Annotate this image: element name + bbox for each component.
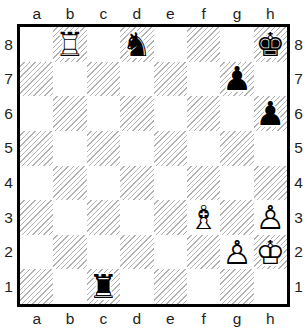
square-c8[interactable] [87, 27, 120, 62]
rank-label-1: 1 [290, 269, 307, 304]
square-d6[interactable] [120, 96, 153, 131]
black-piece-body: ♟ [254, 96, 287, 131]
square-e6[interactable] [154, 96, 187, 131]
rank-label-7: 7 [0, 62, 17, 97]
file-label-a: a [20, 6, 53, 22]
square-e2[interactable] [154, 235, 187, 270]
square-b5[interactable] [53, 131, 86, 166]
square-h1[interactable] [254, 269, 287, 304]
square-d1[interactable] [120, 269, 153, 304]
square-c3[interactable] [87, 200, 120, 235]
white-piece-outline: ♗ [187, 200, 220, 235]
white-piece-fill: ♜ [53, 27, 86, 62]
file-label-b: b [53, 311, 86, 327]
file-label-e: e [154, 311, 187, 327]
square-h8[interactable]: ♚ [254, 27, 287, 62]
square-h3[interactable]: ♟♙ [254, 200, 287, 235]
square-a4[interactable] [20, 166, 53, 201]
square-g6[interactable] [220, 96, 253, 131]
rank-label-3: 3 [290, 200, 307, 235]
square-d2[interactable] [120, 235, 153, 270]
white-piece-fill: ♟ [254, 200, 287, 235]
chess-diagram: abcdefgh 87654321 ♜♖♞♚♟♟♝♗♟♙♟♙♚♔♜ 876543… [0, 0, 307, 330]
piece-white-pawn-icon: ♟♙ [254, 200, 287, 235]
white-piece-fill: ♟ [220, 235, 253, 270]
white-piece-outline: ♔ [254, 235, 287, 270]
square-b8[interactable]: ♜♖ [53, 27, 86, 62]
file-label-h: h [254, 6, 287, 22]
square-a6[interactable] [20, 96, 53, 131]
square-c2[interactable] [87, 235, 120, 270]
rank-label-6: 6 [290, 96, 307, 131]
square-g5[interactable] [220, 131, 253, 166]
file-label-b: b [53, 6, 86, 22]
square-b1[interactable] [53, 269, 86, 304]
corner-spacer [0, 0, 17, 24]
file-labels-bottom: abcdefgh [17, 307, 290, 330]
rank-label-1: 1 [0, 269, 17, 304]
piece-black-knight-icon: ♞ [120, 27, 153, 62]
square-d8[interactable]: ♞ [120, 27, 153, 62]
corner-spacer [290, 0, 307, 24]
rank-label-3: 3 [0, 200, 17, 235]
white-piece-outline: ♙ [220, 235, 253, 270]
rank-label-4: 4 [290, 166, 307, 201]
square-e5[interactable] [154, 131, 187, 166]
square-d4[interactable] [120, 166, 153, 201]
black-piece-body: ♚ [254, 27, 287, 62]
square-h6[interactable]: ♟ [254, 96, 287, 131]
square-c5[interactable] [87, 131, 120, 166]
rank-label-5: 5 [0, 131, 17, 166]
square-c6[interactable] [87, 96, 120, 131]
rank-label-2: 2 [290, 235, 307, 270]
chess-board: ♜♖♞♚♟♟♝♗♟♙♟♙♚♔♜ [17, 24, 290, 307]
piece-white-rook-icon: ♜♖ [53, 27, 86, 62]
rank-label-6: 6 [0, 96, 17, 131]
square-e1[interactable] [154, 269, 187, 304]
file-label-c: c [87, 6, 120, 22]
square-b6[interactable] [53, 96, 86, 131]
square-e8[interactable] [154, 27, 187, 62]
square-c1[interactable]: ♜ [87, 269, 120, 304]
white-piece-fill: ♚ [254, 235, 287, 270]
square-d5[interactable] [120, 131, 153, 166]
square-f7[interactable] [187, 62, 220, 97]
piece-white-bishop-icon: ♝♗ [187, 200, 220, 235]
black-piece-body: ♜ [87, 269, 120, 304]
rank-label-5: 5 [290, 131, 307, 166]
square-a1[interactable] [20, 269, 53, 304]
square-g4[interactable] [220, 166, 253, 201]
file-label-f: f [187, 311, 220, 327]
file-label-c: c [87, 311, 120, 327]
file-label-a: a [20, 311, 53, 327]
square-c7[interactable] [87, 62, 120, 97]
square-f2[interactable] [187, 235, 220, 270]
square-f1[interactable] [187, 269, 220, 304]
corner-spacer [0, 307, 17, 330]
square-e4[interactable] [154, 166, 187, 201]
square-b7[interactable] [53, 62, 86, 97]
corner-spacer [290, 307, 307, 330]
rank-label-7: 7 [290, 62, 307, 97]
white-piece-outline: ♖ [53, 27, 86, 62]
square-f5[interactable] [187, 131, 220, 166]
white-piece-outline: ♙ [254, 200, 287, 235]
piece-black-rook-icon: ♜ [87, 269, 120, 304]
rank-labels-right: 87654321 [290, 24, 307, 307]
rank-label-8: 8 [0, 27, 17, 62]
piece-black-king-icon: ♚ [254, 27, 287, 62]
square-d7[interactable] [120, 62, 153, 97]
square-g8[interactable] [220, 27, 253, 62]
square-f3[interactable]: ♝♗ [187, 200, 220, 235]
square-a5[interactable] [20, 131, 53, 166]
file-label-e: e [154, 6, 187, 22]
rank-label-8: 8 [290, 27, 307, 62]
square-f4[interactable] [187, 166, 220, 201]
white-piece-fill: ♝ [187, 200, 220, 235]
black-piece-body: ♟ [220, 62, 253, 97]
square-a7[interactable] [20, 62, 53, 97]
file-label-d: d [120, 6, 153, 22]
square-d3[interactable] [120, 200, 153, 235]
square-h7[interactable] [254, 62, 287, 97]
piece-black-pawn-icon: ♟ [220, 62, 253, 97]
black-piece-body: ♞ [120, 27, 153, 62]
square-h4[interactable] [254, 166, 287, 201]
piece-white-pawn-icon: ♟♙ [220, 235, 253, 270]
rank-label-2: 2 [0, 235, 17, 270]
rank-labels-left: 87654321 [0, 24, 17, 307]
file-label-h: h [254, 311, 287, 327]
square-b2[interactable] [53, 235, 86, 270]
square-f8[interactable] [187, 27, 220, 62]
square-h5[interactable] [254, 131, 287, 166]
file-label-g: g [220, 6, 253, 22]
square-g7[interactable]: ♟ [220, 62, 253, 97]
square-b3[interactable] [53, 200, 86, 235]
square-h2[interactable]: ♚♔ [254, 235, 287, 270]
square-g1[interactable] [220, 269, 253, 304]
rank-label-4: 4 [0, 166, 17, 201]
square-g3[interactable] [220, 200, 253, 235]
square-e7[interactable] [154, 62, 187, 97]
file-label-f: f [187, 6, 220, 22]
square-a8[interactable] [20, 27, 53, 62]
piece-white-king-icon: ♚♔ [254, 235, 287, 270]
square-g2[interactable]: ♟♙ [220, 235, 253, 270]
file-labels-top: abcdefgh [17, 0, 290, 24]
square-e3[interactable] [154, 200, 187, 235]
file-label-g: g [220, 311, 253, 327]
square-f6[interactable] [187, 96, 220, 131]
square-a2[interactable] [20, 235, 53, 270]
square-a3[interactable] [20, 200, 53, 235]
square-b4[interactable] [53, 166, 86, 201]
square-c4[interactable] [87, 166, 120, 201]
piece-black-pawn-icon: ♟ [254, 96, 287, 131]
file-label-d: d [120, 311, 153, 327]
